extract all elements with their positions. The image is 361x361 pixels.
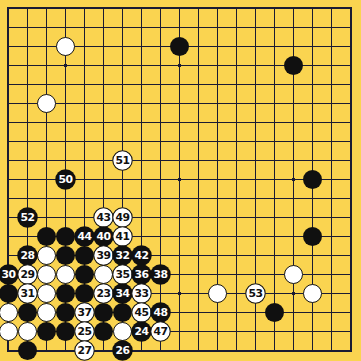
stone-number: 53 [248,288,262,299]
stone-number: 52 [20,212,34,223]
stone-move-50: 50 [55,169,76,190]
stone-move-52: 52 [17,207,38,228]
stone [56,246,75,265]
stone [303,227,322,246]
stone-number: 51 [115,155,129,166]
stone-number: 23 [96,288,110,299]
stone-move-42: 42 [131,245,152,266]
stone [37,265,56,284]
stone-move-32: 32 [112,245,133,266]
stone [94,265,113,284]
stone-move-27: 27 [74,340,95,361]
stone [94,322,113,341]
stone-move-28: 28 [17,245,38,266]
stone-move-40: 40 [93,226,114,247]
stone [113,322,132,341]
stone [170,37,189,56]
stone [18,303,37,322]
stone-number: 31 [20,288,34,299]
stone-number: 29 [20,269,34,280]
go-board: 5150524349444041283932423029353638312334… [0,0,361,361]
stone-number: 34 [115,288,129,299]
stone [284,265,303,284]
stone-move-31: 31 [17,283,38,304]
stone-number: 28 [20,250,34,261]
stone-number: 26 [115,345,129,356]
stone-move-49: 49 [112,207,133,228]
stone [18,322,37,341]
stone-move-29: 29 [17,264,38,285]
stone [37,303,56,322]
stone-number: 35 [115,269,129,280]
stone-move-33: 33 [131,283,152,304]
stone [56,37,75,56]
stone [56,284,75,303]
stone-move-38: 38 [150,264,171,285]
stone-number: 30 [1,269,15,280]
stone-number: 37 [77,307,91,318]
stone-move-26: 26 [112,340,133,361]
stone-move-35: 35 [112,264,133,285]
stone-move-36: 36 [131,264,152,285]
stone-move-23: 23 [93,283,114,304]
stone-move-45: 45 [131,302,152,323]
stone-move-34: 34 [112,283,133,304]
stone [303,170,322,189]
stone-number: 27 [77,345,91,356]
stone-move-48: 48 [150,302,171,323]
stone-move-41: 41 [112,226,133,247]
stone [37,322,56,341]
stone-number: 43 [96,212,110,223]
stone [37,94,56,113]
stone-number: 44 [77,231,91,242]
stone-number: 47 [153,326,167,337]
stone [56,227,75,246]
stone [75,246,94,265]
stone [75,284,94,303]
stone [265,303,284,322]
stone [37,227,56,246]
stone-number: 24 [134,326,148,337]
stone-move-25: 25 [74,321,95,342]
stone-number: 25 [77,326,91,337]
stone-move-53: 53 [245,283,266,304]
stone-move-24: 24 [131,321,152,342]
stone [56,322,75,341]
stone [56,265,75,284]
stone [56,303,75,322]
stone-number: 36 [134,269,148,280]
stone [303,284,322,303]
stone [0,322,18,341]
stone-move-30: 30 [0,264,18,285]
stone [37,246,56,265]
stone-move-47: 47 [150,321,171,342]
stone [208,284,227,303]
stone [37,284,56,303]
stone-number: 48 [153,307,167,318]
stone-number: 38 [153,269,167,280]
stone [113,303,132,322]
stone [0,284,18,303]
stone-number: 49 [115,212,129,223]
stone-number: 45 [134,307,148,318]
stone-number: 39 [96,250,110,261]
stone-move-37: 37 [74,302,95,323]
stone-move-39: 39 [93,245,114,266]
stone-move-43: 43 [93,207,114,228]
stone [284,56,303,75]
stone-move-44: 44 [74,226,95,247]
stones-layer: 5150524349444041283932423029353638312334… [0,0,360,360]
stone-move-51: 51 [112,150,133,171]
stone-number: 41 [115,231,129,242]
stone-number: 33 [134,288,148,299]
stone [75,265,94,284]
stone-number: 40 [96,231,110,242]
stone [94,303,113,322]
stone [18,341,37,360]
stone-number: 32 [115,250,129,261]
stone [0,303,18,322]
stone-number: 42 [134,250,148,261]
stone-number: 50 [58,174,72,185]
